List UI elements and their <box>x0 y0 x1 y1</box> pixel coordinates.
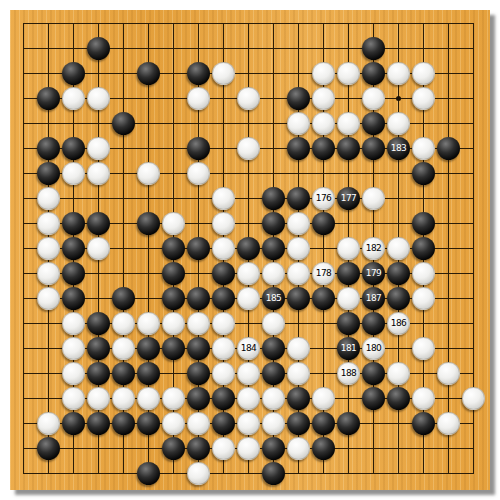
black-stone: 179 <box>362 262 385 285</box>
white-stone <box>287 437 310 460</box>
black-stone <box>412 412 435 435</box>
black-stone <box>362 62 385 85</box>
white-stone <box>62 337 85 360</box>
black-stone <box>112 362 135 385</box>
white-stone <box>212 212 235 235</box>
white-stone <box>262 262 285 285</box>
white-stone <box>337 237 360 260</box>
black-stone <box>112 112 135 135</box>
black-stone <box>337 312 360 335</box>
black-stone <box>187 137 210 160</box>
white-stone <box>262 412 285 435</box>
white-stone <box>287 362 310 385</box>
black-stone <box>312 412 335 435</box>
white-stone <box>312 112 335 135</box>
black-stone <box>112 287 135 310</box>
white-stone <box>212 62 235 85</box>
black-stone <box>62 412 85 435</box>
white-stone <box>237 412 260 435</box>
black-stone: 185 <box>262 287 285 310</box>
white-stone <box>462 387 485 410</box>
white-stone <box>62 312 85 335</box>
black-stone <box>87 37 110 60</box>
black-stone <box>137 212 160 235</box>
black-stone <box>137 412 160 435</box>
white-stone <box>287 337 310 360</box>
move-number-label: 176 <box>316 194 332 203</box>
black-stone <box>237 237 260 260</box>
white-stone: 186 <box>387 312 410 335</box>
move-number-label: 186 <box>391 319 407 328</box>
black-stone <box>412 237 435 260</box>
black-stone <box>362 112 385 135</box>
white-stone <box>412 62 435 85</box>
white-stone: 182 <box>362 237 385 260</box>
black-stone <box>212 412 235 435</box>
white-stone <box>287 262 310 285</box>
white-stone <box>187 462 210 485</box>
black-stone <box>337 412 360 435</box>
black-stone <box>162 287 185 310</box>
black-stone <box>312 212 335 235</box>
white-stone <box>237 137 260 160</box>
white-stone <box>412 287 435 310</box>
black-stone: 181 <box>337 337 360 360</box>
white-stone <box>112 312 135 335</box>
black-stone <box>262 362 285 385</box>
white-stone <box>412 387 435 410</box>
white-stone <box>87 237 110 260</box>
white-stone <box>37 187 60 210</box>
white-stone <box>62 362 85 385</box>
black-stone <box>162 437 185 460</box>
white-stone <box>387 112 410 135</box>
move-number-label: 184 <box>241 344 257 353</box>
white-stone <box>237 87 260 110</box>
white-stone <box>187 312 210 335</box>
white-stone <box>287 212 310 235</box>
white-stone <box>312 387 335 410</box>
white-stone <box>237 387 260 410</box>
move-number-label: 179 <box>366 269 382 278</box>
black-stone <box>187 237 210 260</box>
black-stone <box>212 387 235 410</box>
white-stone <box>237 287 260 310</box>
white-stone <box>187 162 210 185</box>
black-stone <box>262 437 285 460</box>
white-stone <box>287 237 310 260</box>
white-stone <box>37 262 60 285</box>
black-stone <box>312 437 335 460</box>
white-stone <box>312 62 335 85</box>
white-stone: 184 <box>237 337 260 360</box>
black-stone <box>137 362 160 385</box>
black-stone <box>87 337 110 360</box>
white-stone <box>387 362 410 385</box>
white-stone: 178 <box>312 262 335 285</box>
black-stone <box>337 262 360 285</box>
white-stone <box>212 362 235 385</box>
black-stone <box>187 337 210 360</box>
white-stone <box>362 87 385 110</box>
white-stone <box>312 87 335 110</box>
white-stone <box>62 87 85 110</box>
white-stone <box>87 387 110 410</box>
black-stone: 187 <box>362 287 385 310</box>
black-stone <box>362 312 385 335</box>
move-number-label: 177 <box>341 194 357 203</box>
black-stone <box>62 62 85 85</box>
black-stone <box>262 187 285 210</box>
white-stone <box>412 262 435 285</box>
black-stone <box>412 212 435 235</box>
black-stone <box>437 137 460 160</box>
black-stone <box>287 412 310 435</box>
black-stone <box>137 462 160 485</box>
white-stone <box>187 412 210 435</box>
black-stone: 183 <box>387 137 410 160</box>
move-number-label: 182 <box>366 244 382 253</box>
black-stone <box>162 337 185 360</box>
move-number-label: 185 <box>266 294 282 303</box>
white-stone <box>62 387 85 410</box>
black-stone <box>87 362 110 385</box>
white-stone <box>212 237 235 260</box>
black-stone <box>387 287 410 310</box>
white-stone <box>387 237 410 260</box>
black-stone <box>162 237 185 260</box>
white-stone <box>112 337 135 360</box>
black-stone <box>287 287 310 310</box>
white-stone <box>387 62 410 85</box>
white-stone <box>337 287 360 310</box>
white-stone <box>212 312 235 335</box>
black-stone: 177 <box>337 187 360 210</box>
black-stone <box>137 337 160 360</box>
black-stone <box>362 137 385 160</box>
white-stone <box>187 87 210 110</box>
white-stone <box>212 437 235 460</box>
black-stone <box>62 287 85 310</box>
white-stone <box>137 387 160 410</box>
black-stone <box>187 387 210 410</box>
white-stone <box>87 162 110 185</box>
black-stone <box>287 187 310 210</box>
move-number-label: 181 <box>341 344 357 353</box>
black-stone <box>37 87 60 110</box>
white-stone <box>37 412 60 435</box>
black-stone <box>87 212 110 235</box>
black-stone <box>312 287 335 310</box>
screenshot-root: 183176177182178179185187186184181180188 <box>0 0 500 500</box>
black-stone <box>62 237 85 260</box>
white-stone <box>262 387 285 410</box>
white-stone <box>237 437 260 460</box>
black-stone <box>362 37 385 60</box>
black-stone <box>287 137 310 160</box>
black-stone <box>212 287 235 310</box>
white-stone <box>212 187 235 210</box>
white-stone <box>162 312 185 335</box>
white-stone <box>437 412 460 435</box>
black-stone <box>262 237 285 260</box>
white-stone <box>287 112 310 135</box>
black-stone <box>62 262 85 285</box>
star-point <box>396 96 401 101</box>
white-stone <box>37 287 60 310</box>
white-stone <box>37 237 60 260</box>
black-stone <box>37 162 60 185</box>
go-board[interactable]: 183176177182178179185187186184181180188 <box>10 10 490 490</box>
black-stone <box>162 262 185 285</box>
black-stone <box>62 212 85 235</box>
move-number-label: 183 <box>391 144 407 153</box>
white-stone <box>362 187 385 210</box>
black-stone <box>62 137 85 160</box>
black-stone <box>312 137 335 160</box>
white-stone <box>112 387 135 410</box>
white-stone <box>337 62 360 85</box>
white-stone <box>412 87 435 110</box>
white-stone: 188 <box>337 362 360 385</box>
black-stone <box>387 262 410 285</box>
black-stone <box>37 137 60 160</box>
black-stone <box>87 412 110 435</box>
white-stone <box>137 312 160 335</box>
white-stone <box>87 87 110 110</box>
white-stone <box>412 337 435 360</box>
black-stone <box>262 212 285 235</box>
white-stone <box>137 162 160 185</box>
black-stone <box>362 387 385 410</box>
white-stone <box>412 137 435 160</box>
white-stone <box>437 362 460 385</box>
move-number-label: 178 <box>316 269 332 278</box>
move-number-label: 188 <box>341 369 357 378</box>
white-stone <box>237 362 260 385</box>
white-stone <box>162 412 185 435</box>
black-stone <box>362 362 385 385</box>
black-stone <box>287 387 310 410</box>
black-stone <box>287 87 310 110</box>
white-stone <box>262 312 285 335</box>
move-number-label: 187 <box>366 294 382 303</box>
black-stone <box>112 412 135 435</box>
black-stone <box>337 137 360 160</box>
white-stone <box>237 262 260 285</box>
white-stone <box>87 137 110 160</box>
black-stone <box>187 362 210 385</box>
move-number-label: 180 <box>366 344 382 353</box>
white-stone: 180 <box>362 337 385 360</box>
black-stone <box>387 387 410 410</box>
white-stone: 176 <box>312 187 335 210</box>
white-stone <box>37 212 60 235</box>
white-stone <box>337 112 360 135</box>
white-stone <box>212 337 235 360</box>
black-stone <box>187 437 210 460</box>
black-stone <box>262 462 285 485</box>
black-stone <box>262 337 285 360</box>
white-stone <box>162 387 185 410</box>
white-stone <box>162 212 185 235</box>
white-stone <box>62 162 85 185</box>
black-stone <box>187 62 210 85</box>
black-stone <box>37 437 60 460</box>
black-stone <box>212 262 235 285</box>
black-stone <box>87 312 110 335</box>
black-stone <box>412 162 435 185</box>
black-stone <box>187 287 210 310</box>
black-stone <box>137 62 160 85</box>
